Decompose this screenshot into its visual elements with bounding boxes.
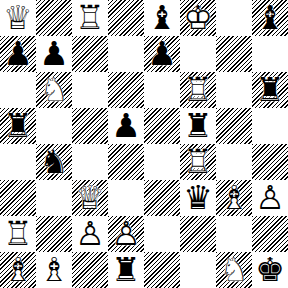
square-a2[interactable]: ♜♖ [0,216,36,252]
square-h7[interactable] [252,36,288,72]
square-g1[interactable]: ♞♘ [216,252,252,288]
black-knight-b4: ♞ [36,144,72,180]
square-a3[interactable] [0,180,36,216]
black-bishop-e8: ♝ [144,0,180,36]
black-rook-d1: ♜ [108,252,144,288]
square-d2[interactable]: ♟♙ [108,216,144,252]
white-queen-a8: ♕ [0,0,36,36]
black-pawn-b7: ♟ [36,36,72,72]
square-g8[interactable] [216,0,252,36]
square-h2[interactable] [252,216,288,252]
white-bishop-b1: ♗ [36,252,72,288]
square-g4[interactable] [216,144,252,180]
square-g6[interactable] [216,72,252,108]
black-king-h1: ♚ [252,252,288,288]
square-e2[interactable] [144,216,180,252]
square-f7[interactable] [180,36,216,72]
square-b8[interactable] [36,0,72,36]
white-rook-c8: ♖ [72,0,108,36]
white-pawn-d2: ♙ [108,216,144,252]
chess-board: ♛♕♜♖♝♝♚♔♝♝♟♟♟♟♟♟♞♘♜♖♜♜♜♜♟♟♜♜♞♞♜♖♛♕♛♛♝♗♟♙… [0,0,288,288]
square-a7[interactable]: ♟♟ [0,36,36,72]
square-h5[interactable] [252,108,288,144]
square-h1[interactable]: ♚♚ [252,252,288,288]
white-knight-b6: ♘ [36,72,72,108]
black-bishop-h8: ♝ [252,0,288,36]
black-rook-f5: ♜ [180,108,216,144]
square-c7[interactable] [72,36,108,72]
square-f8[interactable]: ♚♔ [180,0,216,36]
square-e1[interactable] [144,252,180,288]
square-e5[interactable] [144,108,180,144]
square-e3[interactable] [144,180,180,216]
square-h8[interactable]: ♝♝ [252,0,288,36]
black-pawn-a7: ♟ [0,36,36,72]
square-a4[interactable] [0,144,36,180]
square-b4[interactable]: ♞♞ [36,144,72,180]
square-a1[interactable]: ♝♗ [0,252,36,288]
square-e7[interactable]: ♟♟ [144,36,180,72]
square-c4[interactable] [72,144,108,180]
square-d7[interactable] [108,36,144,72]
square-d4[interactable] [108,144,144,180]
square-c8[interactable]: ♜♖ [72,0,108,36]
square-h3[interactable]: ♟♙ [252,180,288,216]
white-king-f8: ♔ [180,0,216,36]
white-queen-c3: ♕ [72,180,108,216]
square-b3[interactable] [36,180,72,216]
square-f1[interactable] [180,252,216,288]
square-g5[interactable] [216,108,252,144]
square-c3[interactable]: ♛♕ [72,180,108,216]
square-f2[interactable] [180,216,216,252]
black-rook-h6: ♜ [252,72,288,108]
square-b5[interactable] [36,108,72,144]
square-f6[interactable]: ♜♖ [180,72,216,108]
black-queen-f3: ♛ [180,180,216,216]
square-e6[interactable] [144,72,180,108]
white-bishop-a1: ♗ [0,252,36,288]
white-pawn-h3: ♙ [252,180,288,216]
square-c5[interactable] [72,108,108,144]
square-b1[interactable]: ♝♗ [36,252,72,288]
square-a5[interactable]: ♜♜ [0,108,36,144]
square-c6[interactable] [72,72,108,108]
white-pawn-c2: ♙ [72,216,108,252]
square-h6[interactable]: ♜♜ [252,72,288,108]
square-e4[interactable] [144,144,180,180]
square-b6[interactable]: ♞♘ [36,72,72,108]
square-g7[interactable] [216,36,252,72]
square-a8[interactable]: ♛♕ [0,0,36,36]
black-rook-a5: ♜ [0,108,36,144]
square-f4[interactable]: ♜♖ [180,144,216,180]
square-g2[interactable] [216,216,252,252]
black-pawn-e7: ♟ [144,36,180,72]
square-f3[interactable]: ♛♛ [180,180,216,216]
square-b2[interactable] [36,216,72,252]
white-bishop-g3: ♗ [216,180,252,216]
square-c1[interactable] [72,252,108,288]
square-f5[interactable]: ♜♜ [180,108,216,144]
square-d8[interactable] [108,0,144,36]
square-g3[interactable]: ♝♗ [216,180,252,216]
square-a6[interactable] [0,72,36,108]
square-d1[interactable]: ♜♜ [108,252,144,288]
square-h4[interactable] [252,144,288,180]
square-b7[interactable]: ♟♟ [36,36,72,72]
white-rook-a2: ♖ [0,216,36,252]
square-e8[interactable]: ♝♝ [144,0,180,36]
square-d3[interactable] [108,180,144,216]
square-d5[interactable]: ♟♟ [108,108,144,144]
square-d6[interactable] [108,72,144,108]
white-rook-f4: ♖ [180,144,216,180]
white-knight-g1: ♘ [216,252,252,288]
black-pawn-d5: ♟ [108,108,144,144]
square-c2[interactable]: ♟♙ [72,216,108,252]
white-rook-f6: ♖ [180,72,216,108]
